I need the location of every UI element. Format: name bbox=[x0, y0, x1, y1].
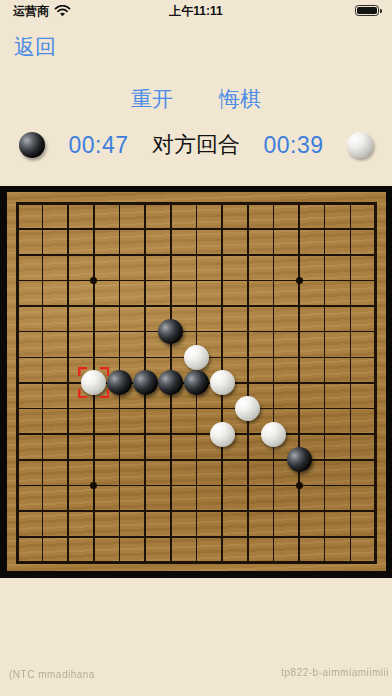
star-point bbox=[90, 277, 97, 284]
board-frame bbox=[0, 186, 392, 578]
stone-black bbox=[158, 319, 183, 344]
stone-white bbox=[235, 396, 260, 421]
watermark-left: (NTC mmadihana bbox=[9, 669, 95, 680]
white-player-stone-icon bbox=[347, 132, 373, 158]
battery-icon bbox=[355, 5, 379, 16]
star-point bbox=[296, 482, 303, 489]
black-timer: 00:47 bbox=[68, 132, 128, 159]
grid-line-h bbox=[16, 561, 378, 564]
grid-line-v bbox=[374, 202, 377, 564]
last-move-marker bbox=[78, 367, 109, 398]
stone-black bbox=[287, 447, 312, 472]
grid-line-v bbox=[350, 202, 352, 564]
star-point bbox=[296, 277, 303, 284]
status-bar: 运营商 上午11:11 bbox=[0, 0, 392, 22]
status-time: 上午11:11 bbox=[0, 3, 392, 20]
stone-black bbox=[133, 370, 158, 395]
stone-white bbox=[184, 345, 209, 370]
stone-white bbox=[210, 370, 235, 395]
watermark-right: tp822-b-aimmiamiimiii bbox=[281, 667, 389, 678]
star-point bbox=[90, 482, 97, 489]
stone-black bbox=[158, 370, 183, 395]
toolbar: 重开 悔棋 bbox=[0, 85, 392, 113]
stone-black bbox=[107, 370, 132, 395]
restart-button[interactable]: 重开 bbox=[131, 85, 173, 113]
back-button[interactable]: 返回 bbox=[14, 33, 56, 61]
board-grid[interactable] bbox=[0, 186, 392, 578]
white-timer: 00:39 bbox=[263, 132, 323, 159]
stone-white bbox=[210, 422, 235, 447]
grid-line-h bbox=[16, 510, 378, 512]
phone-screen: 运营商 上午11:11 返回 重开 悔棋 00:47 对方回合 00:39 (N… bbox=[0, 0, 392, 696]
player-bar: 00:47 对方回合 00:39 bbox=[0, 129, 392, 161]
grid-line-h bbox=[16, 536, 378, 538]
undo-button[interactable]: 悔棋 bbox=[219, 85, 261, 113]
stone-black bbox=[184, 370, 209, 395]
stone-white bbox=[261, 422, 286, 447]
turn-label: 对方回合 bbox=[152, 130, 240, 160]
black-player-stone-icon bbox=[19, 132, 45, 158]
